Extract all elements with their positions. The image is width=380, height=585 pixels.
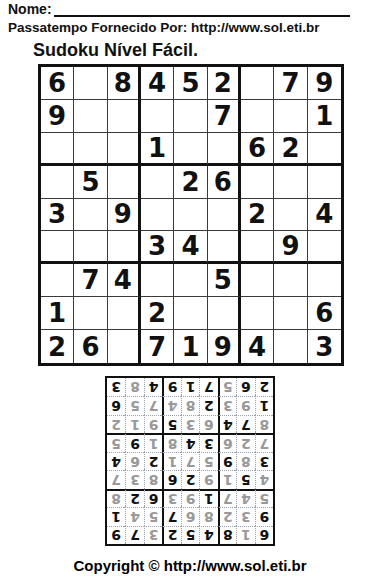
puzzle-cell-r6c2[interactable] (74, 231, 107, 264)
solution-cell-r6c5: 4 (181, 433, 199, 451)
puzzle-cell-r6c3[interactable] (108, 231, 141, 264)
puzzle-cell-r1c8: 7 (274, 67, 307, 100)
puzzle-cell-r2c3[interactable] (108, 100, 141, 133)
solution-cell-r7c1: 8 (255, 415, 273, 433)
solution-cell-r9c7: 4 (144, 378, 162, 396)
puzzle-cell-r2c2[interactable] (74, 100, 107, 133)
puzzle-cell-r9c1: 2 (41, 330, 74, 363)
puzzle-cell-r7c6: 5 (208, 264, 241, 297)
solution-cell-r1c1: 6 (255, 526, 273, 544)
solution-cell-r3c8: 2 (125, 489, 143, 507)
puzzle-cell-r5c5[interactable] (174, 199, 207, 232)
solution-cell-r7c5: 3 (181, 415, 199, 433)
solution-cell-r3c9: 8 (107, 489, 125, 507)
solution-cell-r8c9: 6 (107, 396, 125, 414)
solution-cell-r3c3: 7 (218, 489, 236, 507)
solution-cell-r2c9: 1 (107, 507, 125, 525)
puzzle-cell-r8c4: 2 (141, 297, 174, 330)
solution-cell-r7c3: 4 (218, 415, 236, 433)
puzzle-cell-r7c4[interactable] (141, 264, 174, 297)
puzzle-cell-r1c2[interactable] (74, 67, 107, 100)
puzzle-cell-r8c3[interactable] (108, 297, 141, 330)
puzzle-cell-r7c9[interactable] (308, 264, 341, 297)
puzzle-cell-r1c1: 6 (41, 67, 74, 100)
solution-cell-r7c9: 2 (107, 415, 125, 433)
puzzle-cell-r6c7[interactable] (241, 231, 274, 264)
puzzle-cell-r2c8[interactable] (274, 100, 307, 133)
puzzle-cell-r1c7[interactable] (241, 67, 274, 100)
copyright-text: Copyright © http://www.sol.eti.br (0, 557, 380, 574)
puzzle-cell-r2c4[interactable] (141, 100, 174, 133)
puzzle-cell-r1c4: 4 (141, 67, 174, 100)
puzzle-cell-r4c9[interactable] (308, 166, 341, 199)
puzzle-cell-r8c8[interactable] (274, 297, 307, 330)
puzzle-cell-r5c2[interactable] (74, 199, 107, 232)
solution-cell-r2c2: 3 (236, 507, 254, 525)
puzzle-cell-r6c8: 9 (274, 231, 307, 264)
solution-cell-r3c2: 4 (236, 489, 254, 507)
puzzle-cell-r7c8[interactable] (274, 264, 307, 297)
puzzle-cell-r8c9: 6 (308, 297, 341, 330)
puzzle-cell-r8c1: 1 (41, 297, 74, 330)
solution-cell-r2c6: 7 (162, 507, 180, 525)
puzzle-cell-r3c6[interactable] (208, 133, 241, 166)
solution-cell-r6c9: 5 (107, 433, 125, 451)
solution-cell-r9c6: 9 (162, 378, 180, 396)
solution-cell-r4c1: 4 (255, 470, 273, 488)
solution-cell-r3c1: 5 (255, 489, 273, 507)
puzzle-cell-r4c7[interactable] (241, 166, 274, 199)
puzzle-cell-r5c6[interactable] (208, 199, 241, 232)
puzzle-cell-r2c6: 7 (208, 100, 241, 133)
puzzle-cell-r3c8: 2 (274, 133, 307, 166)
puzzle-cell-r5c8[interactable] (274, 199, 307, 232)
solution-cell-r8c6: 4 (162, 396, 180, 414)
solution-cell-r8c5: 8 (181, 396, 199, 414)
solution-cell-r5c8: 6 (125, 452, 143, 470)
solution-cell-r6c6: 8 (162, 433, 180, 451)
puzzle-cell-r7c3: 4 (108, 264, 141, 297)
solution-cell-r5c2: 8 (236, 452, 254, 470)
puzzle-cell-r7c7[interactable] (241, 264, 274, 297)
puzzle-cell-r9c8[interactable] (274, 330, 307, 363)
solution-cell-r4c7: 8 (144, 470, 162, 488)
provided-by-text: Passatempo Fornecido Por: http://www.sol… (8, 20, 372, 36)
puzzle-cell-r6c6[interactable] (208, 231, 241, 264)
solution-cell-r1c2: 1 (236, 526, 254, 544)
solution-cell-r9c4: 7 (199, 378, 217, 396)
puzzle-cell-r5c3: 9 (108, 199, 141, 232)
solution-cell-r4c4: 9 (199, 470, 217, 488)
solution-cell-r6c4: 3 (199, 433, 217, 451)
puzzle-cell-r5c7: 2 (241, 199, 274, 232)
worksheet-page: Nome: Passatempo Fornecido Por: http://w… (0, 0, 380, 585)
puzzle-cell-r6c4: 3 (141, 231, 174, 264)
solution-cell-r7c6: 5 (162, 415, 180, 433)
solution-cell-r5c1: 3 (255, 452, 273, 470)
solution-cell-r2c1: 9 (255, 507, 273, 525)
puzzle-cell-r8c6[interactable] (208, 297, 241, 330)
puzzle-cell-r2c9: 1 (308, 100, 341, 133)
solution-cell-r1c7: 3 (144, 526, 162, 544)
solution-cell-r5c5: 7 (181, 452, 199, 470)
puzzle-cell-r3c5[interactable] (174, 133, 207, 166)
puzzle-cell-r4c5: 2 (174, 166, 207, 199)
puzzle-cell-r3c3[interactable] (108, 133, 141, 166)
solution-cell-r6c1: 7 (255, 433, 273, 451)
solution-cell-r8c1: 1 (255, 396, 273, 414)
puzzle-cell-r9c3[interactable] (108, 330, 141, 363)
solution-cell-r9c8: 8 (125, 378, 143, 396)
puzzle-cell-r5c9: 4 (308, 199, 341, 232)
solution-cell-r4c5: 2 (181, 470, 199, 488)
puzzle-cell-r1c9: 9 (308, 67, 341, 100)
solution-cell-r7c2: 7 (236, 415, 254, 433)
solution-cell-r1c6: 2 (162, 526, 180, 544)
solution-cell-r9c1: 2 (255, 378, 273, 396)
solution-cell-r6c8: 9 (125, 433, 143, 451)
solution-cell-r8c7: 7 (144, 396, 162, 414)
solution-cell-r4c6: 6 (162, 470, 180, 488)
puzzle-cell-r9c7: 4 (241, 330, 274, 363)
solution-cell-r4c3: 1 (218, 470, 236, 488)
puzzle-cell-r5c4[interactable] (141, 199, 174, 232)
solution-cell-r7c4: 6 (199, 415, 217, 433)
solution-cell-r9c3: 5 (218, 378, 236, 396)
sudoku-puzzle-grid: 684527997116252639243497451262671943 (38, 64, 344, 366)
solution-cell-r5c3: 9 (218, 452, 236, 470)
solution-cell-r9c9: 3 (107, 378, 125, 396)
name-label: Nome: (8, 1, 52, 17)
solution-cell-r2c4: 8 (199, 507, 217, 525)
solution-cell-r6c3: 6 (218, 433, 236, 451)
solution-cell-r7c7: 9 (144, 415, 162, 433)
puzzle-cell-r4c6: 6 (208, 166, 241, 199)
puzzle-cell-r3c2[interactable] (74, 133, 107, 166)
solution-cell-r9c2: 6 (236, 378, 254, 396)
puzzle-cell-r7c5[interactable] (174, 264, 207, 297)
puzzle-cell-r9c5: 1 (174, 330, 207, 363)
puzzle-cell-r8c7[interactable] (241, 297, 274, 330)
solution-cell-r2c3: 2 (218, 507, 236, 525)
puzzle-cell-r3c4: 1 (141, 133, 174, 166)
solution-cell-r7c8: 1 (125, 415, 143, 433)
solution-cell-r8c2: 9 (236, 396, 254, 414)
solution-cell-r8c3: 3 (218, 396, 236, 414)
solution-cell-r5c7: 2 (144, 452, 162, 470)
puzzle-cell-r7c2: 7 (74, 264, 107, 297)
solution-cell-r1c9: 9 (107, 526, 125, 544)
puzzle-cell-r7c1[interactable] (41, 264, 74, 297)
sudoku-solution-grid-rotated: 6184523799328675415471936284519268373895… (105, 376, 275, 546)
puzzle-cell-r4c1[interactable] (41, 166, 74, 199)
puzzle-cell-r8c2[interactable] (74, 297, 107, 330)
puzzle-cell-r4c2: 5 (74, 166, 107, 199)
puzzle-cell-r3c7: 6 (241, 133, 274, 166)
puzzle-cell-r6c1[interactable] (41, 231, 74, 264)
puzzle-cell-r4c3[interactable] (108, 166, 141, 199)
solution-cell-r1c5: 5 (181, 526, 199, 544)
solution-cell-r3c5: 9 (181, 489, 199, 507)
solution-cell-r5c9: 4 (107, 452, 125, 470)
puzzle-cell-r1c3: 8 (108, 67, 141, 100)
puzzle-cell-r9c4: 7 (141, 330, 174, 363)
solution-cell-r2c7: 5 (144, 507, 162, 525)
solution-cell-r3c4: 1 (199, 489, 217, 507)
puzzle-cell-r4c4[interactable] (141, 166, 174, 199)
solution-cell-r1c4: 4 (199, 526, 217, 544)
puzzle-cell-r3c9[interactable] (308, 133, 341, 166)
solution-cell-r4c8: 3 (125, 470, 143, 488)
puzzle-cell-r9c9: 3 (308, 330, 341, 363)
solution-cell-r2c8: 4 (125, 507, 143, 525)
name-row: Nome: (8, 1, 350, 17)
solution-cell-r1c8: 7 (125, 526, 143, 544)
solution-cell-r5c4: 5 (199, 452, 217, 470)
puzzle-cell-r2c7[interactable] (241, 100, 274, 133)
puzzle-cell-r8c5[interactable] (174, 297, 207, 330)
solution-cell-r1c3: 8 (218, 526, 236, 544)
puzzle-cell-r9c6: 9 (208, 330, 241, 363)
puzzle-cell-r6c9[interactable] (308, 231, 341, 264)
solution-cell-r4c2: 5 (236, 470, 254, 488)
puzzle-cell-r6c5: 4 (174, 231, 207, 264)
puzzle-cell-r2c5[interactable] (174, 100, 207, 133)
solution-cell-r6c7: 1 (144, 433, 162, 451)
name-input-line[interactable] (54, 2, 350, 17)
solution-cell-r2c5: 6 (181, 507, 199, 525)
puzzle-cell-r3c1[interactable] (41, 133, 74, 166)
solution-cell-r8c8: 5 (125, 396, 143, 414)
solution-cell-r5c6: 1 (162, 452, 180, 470)
page-title: Sudoku Nível Fácil. (33, 40, 198, 61)
puzzle-cell-r5c1: 3 (41, 199, 74, 232)
puzzle-cell-r1c6: 2 (208, 67, 241, 100)
puzzle-cell-r2c1: 9 (41, 100, 74, 133)
solution-cell-r3c6: 3 (162, 489, 180, 507)
puzzle-cell-r1c5: 5 (174, 67, 207, 100)
solution-cell-r3c7: 6 (144, 489, 162, 507)
solution-cell-r9c5: 1 (181, 378, 199, 396)
solution-cell-r8c4: 2 (199, 396, 217, 414)
solution-cell-r6c2: 2 (236, 433, 254, 451)
solution-cell-r4c9: 7 (107, 470, 125, 488)
puzzle-cell-r4c8[interactable] (274, 166, 307, 199)
puzzle-cell-r9c2: 6 (74, 330, 107, 363)
